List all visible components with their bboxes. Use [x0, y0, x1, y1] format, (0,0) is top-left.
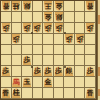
shogi-piece[interactable]: 金	[43, 77, 52, 87]
board-cell[interactable]	[85, 55, 96, 66]
board-cell[interactable]: 香	[85, 88, 96, 99]
board-cell[interactable]: 歩	[43, 23, 54, 34]
shogi-piece[interactable]: 王	[43, 1, 52, 11]
board-cell[interactable]	[75, 1, 86, 12]
board-cell[interactable]: 桂	[12, 88, 23, 99]
board-cell[interactable]: 歩	[85, 66, 96, 77]
board-cell[interactable]: 歩	[33, 66, 44, 77]
board-cell[interactable]	[75, 23, 86, 34]
board-cell[interactable]: 歩	[12, 34, 23, 45]
board-cell[interactable]	[64, 77, 75, 88]
board-cell[interactable]	[12, 55, 23, 66]
board-cell[interactable]	[43, 45, 54, 56]
board-cell[interactable]	[64, 55, 75, 66]
board-cell[interactable]	[75, 66, 86, 77]
board-cell[interactable]	[22, 88, 33, 99]
board-cell[interactable]	[12, 66, 23, 77]
shogi-piece[interactable]: 歩	[54, 66, 63, 76]
shogi-piece[interactable]: 歩	[43, 23, 52, 33]
board-cell[interactable]: 香	[85, 1, 96, 12]
board-cell[interactable]	[54, 88, 65, 99]
board-cell[interactable]	[33, 77, 44, 88]
board-cell[interactable]	[43, 34, 54, 45]
board-cell[interactable]	[33, 55, 44, 66]
board-cell[interactable]	[85, 12, 96, 23]
board-cell[interactable]: 銀	[22, 1, 33, 12]
board-cell[interactable]	[12, 45, 23, 56]
board-cell[interactable]	[85, 45, 96, 56]
shogi-piece[interactable]: 玉	[22, 77, 31, 87]
hand-piece-fragment	[98, 89, 100, 96]
shogi-piece[interactable]: 歩	[12, 34, 21, 44]
board-cell[interactable]	[22, 34, 33, 45]
board-cell[interactable]	[54, 34, 65, 45]
board-cell[interactable]	[54, 77, 65, 88]
shogi-piece[interactable]: 銀	[65, 66, 74, 76]
shogi-piece[interactable]: 金	[54, 1, 63, 11]
shogi-piece[interactable]: 香	[1, 1, 10, 11]
board-cell[interactable]	[1, 12, 12, 23]
shogi-piece[interactable]: 歩	[22, 23, 31, 33]
shogi-piece[interactable]: 銀	[54, 12, 63, 22]
board-cell[interactable]	[12, 23, 23, 34]
hand-piece-fragment	[98, 15, 100, 24]
shogi-piece[interactable]: 歩	[33, 23, 42, 33]
board-cell[interactable]: 王	[43, 1, 54, 12]
board-cell[interactable]	[54, 55, 65, 66]
board-cell[interactable]	[22, 45, 33, 56]
board-cell[interactable]: 歩	[22, 55, 33, 66]
board-cell[interactable]: 香	[1, 88, 12, 99]
board-cell[interactable]	[43, 88, 54, 99]
board-cell[interactable]: 歩	[1, 66, 12, 77]
shogi-piece[interactable]: 銀	[22, 1, 31, 11]
board-cell[interactable]: 桂	[12, 1, 23, 12]
board-cell[interactable]	[1, 55, 12, 66]
board-cell[interactable]: 銀	[54, 12, 65, 23]
board-cell[interactable]	[64, 45, 75, 56]
board-cell[interactable]: 歩	[54, 66, 65, 77]
board-cell[interactable]: 歩	[1, 23, 12, 34]
shogi-piece[interactable]: 香	[1, 88, 10, 98]
shogi-piece[interactable]: 歩	[33, 66, 42, 76]
board-cell[interactable]	[85, 34, 96, 45]
board-cell[interactable]: 玉	[22, 77, 33, 88]
shogi-app: 香桂銀王金香金銀歩歩歩歩歩歩歩歩歩歩歩歩歩歩銀歩馬玉金香桂香	[0, 0, 100, 100]
hand-tray-sliver	[97, 0, 100, 100]
shogi-piece[interactable]: 歩	[1, 23, 10, 33]
board-cell[interactable]	[22, 12, 33, 23]
shogi-piece[interactable]: 歩	[65, 34, 74, 44]
shogi-piece[interactable]: 歩	[43, 66, 52, 76]
board-cell[interactable]: 歩	[33, 23, 44, 34]
board-cell[interactable]	[1, 77, 12, 88]
board-cell[interactable]	[64, 1, 75, 12]
board-cell[interactable]: 歩	[75, 34, 86, 45]
board-cell[interactable]	[12, 12, 23, 23]
shogi-piece[interactable]: 香	[86, 1, 95, 11]
board-cell[interactable]	[75, 45, 86, 56]
shogi-piece[interactable]: 歩	[86, 23, 95, 33]
shogi-board: 香桂銀王金香金銀歩歩歩歩歩歩歩歩歩歩歩歩歩歩銀歩馬玉金香桂香	[0, 0, 97, 100]
board-cell[interactable]: 銀	[64, 66, 75, 77]
board-cell[interactable]: 歩	[54, 23, 65, 34]
board-cell[interactable]	[1, 45, 12, 56]
hand-piece-fragment	[98, 67, 100, 76]
board-cell[interactable]: 金	[43, 77, 54, 88]
shogi-piece[interactable]: 歩	[75, 34, 84, 44]
shogi-piece[interactable]: 金	[43, 12, 52, 22]
board-cell[interactable]	[54, 45, 65, 56]
board-cell[interactable]	[1, 34, 12, 45]
board-cell[interactable]: 歩	[43, 66, 54, 77]
shogi-piece[interactable]: 桂	[12, 1, 21, 11]
board-cell[interactable]: 馬	[12, 77, 23, 88]
board-cell[interactable]: 金	[54, 1, 65, 12]
shogi-piece[interactable]: 歩	[1, 66, 10, 76]
shogi-piece[interactable]: 歩	[86, 66, 95, 76]
board-cell[interactable]	[64, 23, 75, 34]
shogi-piece[interactable]: 馬	[12, 77, 21, 87]
board-cell[interactable]	[85, 77, 96, 88]
shogi-piece[interactable]: 歩	[22, 55, 31, 65]
board-cell[interactable]	[33, 88, 44, 99]
shogi-piece[interactable]: 桂	[12, 88, 21, 98]
board-cell[interactable]: 金	[43, 12, 54, 23]
star-point	[64, 66, 66, 68]
board-cell[interactable]	[43, 55, 54, 66]
shogi-piece[interactable]: 歩	[54, 23, 63, 33]
board-cell[interactable]	[22, 66, 33, 77]
board-cell[interactable]	[75, 12, 86, 23]
board-cell[interactable]	[33, 1, 44, 12]
board-cell[interactable]	[75, 77, 86, 88]
board-cell[interactable]: 歩	[85, 23, 96, 34]
board-cell[interactable]: 歩	[64, 34, 75, 45]
board-cell[interactable]	[33, 45, 44, 56]
shogi-piece[interactable]: 香	[86, 88, 95, 98]
board-cell[interactable]	[75, 55, 86, 66]
board-cell[interactable]: 香	[1, 1, 12, 12]
board-cell[interactable]	[64, 12, 75, 23]
board-cell[interactable]	[64, 88, 75, 99]
board-cell[interactable]	[33, 34, 44, 45]
board-cell[interactable]	[75, 88, 86, 99]
board-cell[interactable]	[33, 12, 44, 23]
